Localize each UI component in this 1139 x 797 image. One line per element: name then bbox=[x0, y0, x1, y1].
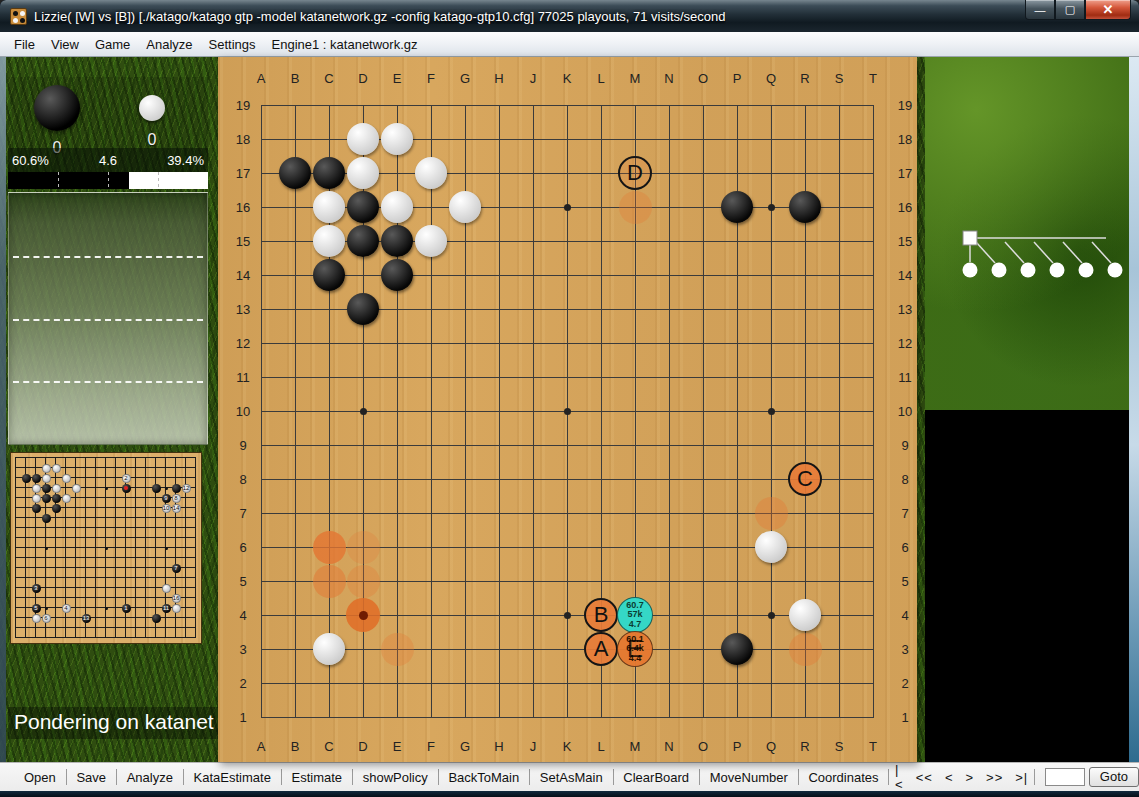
white-stone bbox=[313, 191, 345, 223]
sub-black-stone bbox=[152, 484, 161, 493]
nav-button[interactable]: |< bbox=[889, 762, 910, 792]
sub-black-stone bbox=[32, 504, 41, 513]
sub-white-stone bbox=[42, 474, 51, 483]
menu-bar: FileViewGameAnalyzeSettingsEngine1 : kat… bbox=[0, 32, 1139, 57]
sub-white-stone bbox=[32, 484, 41, 493]
coord-label: L bbox=[584, 739, 618, 754]
sub-white-stone bbox=[72, 484, 81, 493]
coord-label: B bbox=[278, 71, 312, 86]
coord-label: J bbox=[516, 71, 550, 86]
sub-white-stone bbox=[42, 464, 51, 473]
star-point bbox=[564, 204, 571, 211]
current-move-marker bbox=[124, 486, 128, 490]
coord-label: 17 bbox=[890, 156, 920, 190]
star-point bbox=[768, 612, 775, 619]
maximize-button[interactable]: ▢ bbox=[1055, 0, 1085, 20]
toolbar-button-backtomain[interactable]: BackToMain bbox=[438, 770, 529, 785]
black-stone bbox=[721, 633, 753, 665]
coord-label: 2 bbox=[890, 666, 920, 700]
black-stone bbox=[313, 259, 345, 291]
coord-label: T bbox=[856, 739, 890, 754]
candidate-move-Q7[interactable] bbox=[755, 497, 788, 530]
sub-white-stone bbox=[172, 604, 181, 613]
menu-view[interactable]: View bbox=[43, 34, 87, 55]
variation-move-R15: 8 bbox=[172, 494, 181, 503]
variation-move-R5: 16 bbox=[172, 594, 181, 603]
winrate-bar-tick bbox=[58, 172, 59, 189]
variation-move-C4: 5 bbox=[32, 604, 41, 613]
variation-move-M16 bbox=[122, 484, 131, 493]
row-labels-right: 19181716151413121110987654321 bbox=[890, 88, 920, 734]
go-board[interactable]: ABCDEFGHJKLMNOPQRST ABCDEFGHJKLMNOPQRST … bbox=[218, 57, 917, 762]
sub-black-stone bbox=[22, 474, 31, 483]
winrate-bar-tick bbox=[108, 172, 109, 189]
candidate-stat: 4.7 bbox=[629, 620, 642, 630]
coord-label: K bbox=[550, 71, 584, 86]
coord-label: O bbox=[686, 71, 720, 86]
coord-label: S bbox=[822, 71, 856, 86]
sub-star-point bbox=[165, 487, 168, 490]
candidate-move-L3[interactable]: A bbox=[584, 632, 618, 666]
minimize-button[interactable]: — bbox=[1025, 0, 1055, 20]
coord-label: N bbox=[652, 739, 686, 754]
coord-label: T bbox=[856, 71, 890, 86]
white-stone bbox=[789, 599, 821, 631]
black-stone bbox=[347, 293, 379, 325]
variation-move-Q4: 11 bbox=[162, 604, 171, 613]
white-winrate: 39.4% bbox=[167, 153, 204, 168]
white-stone bbox=[313, 225, 345, 257]
sub-star-point bbox=[105, 607, 108, 610]
toolbar-button-movenumber[interactable]: MoveNumber bbox=[700, 770, 798, 785]
sub-star-point bbox=[45, 607, 48, 610]
coord-label: R bbox=[788, 71, 822, 86]
variation-move-M17: 2 bbox=[122, 474, 131, 483]
bottom-toolbar: OpenSaveAnalyzeKataEstimateEstimateshowP… bbox=[0, 762, 1139, 791]
coord-label: Q bbox=[754, 71, 788, 86]
coord-label: J bbox=[516, 739, 550, 754]
sub-black-stone bbox=[32, 474, 41, 483]
white-stone-indicator bbox=[139, 95, 165, 121]
column-labels-bottom: ABCDEFGHJKLMNOPQRST bbox=[244, 739, 890, 754]
sub-white-stone bbox=[52, 484, 61, 493]
nav-button[interactable]: >> bbox=[980, 770, 1009, 785]
nav-button[interactable]: < bbox=[939, 770, 960, 785]
coord-label: K bbox=[550, 739, 584, 754]
toolbar-button-open[interactable]: Open bbox=[14, 770, 66, 785]
close-button[interactable]: ✕ bbox=[1085, 0, 1131, 20]
title-bar[interactable]: Lizzie( [W] vs [B]) [./katago/katago gtp… bbox=[0, 0, 1139, 32]
white-stone bbox=[381, 191, 413, 223]
variation-move-Q15: 9 bbox=[162, 494, 171, 503]
variation-move-C6: 3 bbox=[32, 584, 41, 593]
tree-node[interactable] bbox=[1108, 263, 1123, 278]
sub-black-stone bbox=[52, 504, 61, 513]
coord-label: 8 bbox=[890, 462, 920, 496]
variation-move-S16: 12 bbox=[182, 484, 191, 493]
nav-button[interactable]: > bbox=[959, 770, 980, 785]
star-point bbox=[564, 612, 571, 619]
score-lead: 4.6 bbox=[49, 153, 167, 168]
black-stone bbox=[789, 191, 821, 223]
sub-white-stone bbox=[52, 464, 61, 473]
star-point bbox=[768, 204, 775, 211]
coord-label: A bbox=[244, 71, 278, 86]
sub-white-stone bbox=[62, 474, 71, 483]
coord-label: D bbox=[346, 71, 380, 86]
toolbar-button-clearboard[interactable]: ClearBoard bbox=[613, 770, 699, 785]
tree-node[interactable] bbox=[992, 263, 1007, 278]
candidate-move-R8[interactable]: C bbox=[788, 462, 822, 496]
sub-white-stone bbox=[32, 494, 41, 503]
candidate-move-C5[interactable] bbox=[313, 565, 346, 598]
black-stone bbox=[381, 225, 413, 257]
white-captures-count: 0 bbox=[129, 131, 175, 149]
coord-label: 10 bbox=[890, 394, 920, 428]
variation-sub-board[interactable]: 123456789101112131416 bbox=[10, 452, 202, 644]
nav-button[interactable]: << bbox=[910, 770, 939, 785]
sub-black-stone bbox=[42, 494, 51, 503]
coord-label: 14 bbox=[890, 258, 920, 292]
black-stone bbox=[381, 259, 413, 291]
coord-label: 13 bbox=[890, 292, 920, 326]
candidate-move-M4[interactable]: 60.757k4.7 bbox=[617, 597, 653, 633]
coord-label: 4 bbox=[890, 598, 920, 632]
coord-label: F bbox=[414, 71, 448, 86]
variation-move-D3: 6 bbox=[42, 614, 51, 623]
variation-move-F4: 4 bbox=[62, 604, 71, 613]
candidate-move-E3[interactable] bbox=[381, 633, 414, 666]
toolbar-button-estimate[interactable]: Estimate bbox=[282, 770, 353, 785]
menu-analyze[interactable]: Analyze bbox=[138, 34, 200, 55]
candidate-move-M16[interactable] bbox=[619, 191, 652, 224]
coord-label: 16 bbox=[890, 190, 920, 224]
coord-label: 7 bbox=[890, 496, 920, 530]
tree-node[interactable] bbox=[1021, 263, 1036, 278]
toolbar-button-analyze[interactable]: Analyze bbox=[117, 770, 183, 785]
coord-label: R bbox=[788, 739, 822, 754]
sub-white-stone bbox=[162, 584, 171, 593]
white-stone bbox=[381, 123, 413, 155]
coord-label: C bbox=[312, 739, 346, 754]
coord-label: 5 bbox=[890, 564, 920, 598]
coord-label: 6 bbox=[890, 530, 920, 564]
coord-label: P bbox=[720, 71, 754, 86]
star-point bbox=[564, 408, 571, 415]
white-stone bbox=[415, 157, 447, 189]
move-tree-panel bbox=[925, 57, 1129, 762]
toolbar-button-coordinates[interactable]: Coordinates bbox=[798, 770, 888, 785]
sub-black-stone bbox=[52, 494, 61, 503]
lizzie-window: Lizzie( [W] vs [B]) [./katago/katago gtp… bbox=[0, 0, 1139, 797]
candidate-move-D4[interactable] bbox=[346, 598, 380, 632]
engine-status-text: Pondering on katanet bbox=[8, 707, 224, 739]
graph-gridline bbox=[13, 319, 203, 321]
variation-move-M4: 1 bbox=[122, 604, 131, 613]
coord-label: 1 bbox=[890, 700, 920, 734]
winrate-bar-tick bbox=[158, 172, 159, 189]
sub-star-point bbox=[45, 547, 48, 550]
variation-move-R8: 7 bbox=[172, 564, 181, 573]
white-stone bbox=[449, 191, 481, 223]
sub-black-stone bbox=[42, 514, 51, 523]
coord-label: D bbox=[346, 739, 380, 754]
coord-label: 9 bbox=[890, 428, 920, 462]
coord-label: N bbox=[652, 71, 686, 86]
white-stone bbox=[347, 157, 379, 189]
sub-star-point bbox=[105, 547, 108, 550]
tree-root-node[interactable] bbox=[963, 231, 977, 245]
sub-white-stone bbox=[62, 494, 71, 503]
star-point bbox=[360, 408, 367, 415]
coord-label: Q bbox=[754, 739, 788, 754]
candidate-move-M17[interactable]: D bbox=[618, 156, 652, 190]
candidate-move-C6[interactable] bbox=[313, 531, 346, 564]
menu-engine1[interactable]: Engine1 : katanetwork.gz bbox=[264, 34, 426, 55]
menu-file[interactable]: File bbox=[6, 34, 43, 55]
coord-label: 15 bbox=[890, 224, 920, 258]
sub-black-stone bbox=[152, 614, 161, 623]
coord-label: H bbox=[482, 71, 516, 86]
coord-label: G bbox=[448, 71, 482, 86]
menu-game[interactable]: Game bbox=[87, 34, 138, 55]
coord-label: M bbox=[618, 739, 652, 754]
coord-label: F bbox=[414, 739, 448, 754]
coord-label: 3 bbox=[890, 632, 920, 666]
analysis-panel: 0 0 60.6% 4.6 39.4% 1234567891011121314 bbox=[8, 57, 208, 762]
candidate-move-L4[interactable]: B bbox=[584, 598, 618, 632]
coord-label: B bbox=[278, 739, 312, 754]
black-winrate: 60.6% bbox=[12, 153, 49, 168]
variation-move-H3: 13 bbox=[82, 614, 91, 623]
graph-gridline bbox=[13, 381, 203, 383]
coord-label: C bbox=[312, 71, 346, 86]
toolbar-button-kataestimate[interactable]: KataEstimate bbox=[184, 770, 281, 785]
tree-node[interactable] bbox=[963, 263, 978, 278]
coord-label: S bbox=[822, 739, 856, 754]
white-stone bbox=[415, 225, 447, 257]
toolbar-button-setasmain[interactable]: SetAsMain bbox=[530, 770, 613, 785]
coord-label: 12 bbox=[890, 326, 920, 360]
candidate-move-M3[interactable]: 60.16.4k4.4E bbox=[617, 631, 653, 667]
toolbar-button-showpolicy[interactable]: showPolicy bbox=[353, 770, 438, 785]
goto-move-input[interactable] bbox=[1045, 768, 1085, 786]
variation-move-Q14: 10 bbox=[162, 504, 171, 513]
lizzie-app-icon bbox=[10, 8, 27, 25]
black-to-move-stone bbox=[34, 85, 80, 131]
coord-label: M bbox=[618, 71, 652, 86]
coord-label: H bbox=[482, 739, 516, 754]
candidate-move-D6[interactable] bbox=[347, 531, 380, 564]
variation-tree[interactable] bbox=[925, 217, 1129, 337]
coord-label: 18 bbox=[890, 122, 920, 156]
candidate-letter: E bbox=[627, 635, 643, 663]
sub-white-stone bbox=[32, 614, 41, 623]
sub-star-point bbox=[105, 487, 108, 490]
window-frame-right bbox=[1129, 57, 1139, 762]
window-frame-bottom bbox=[0, 791, 1139, 797]
white-stone bbox=[755, 531, 787, 563]
coord-label: E bbox=[380, 71, 414, 86]
sub-black-stone bbox=[172, 484, 181, 493]
candidate-move-R3[interactable] bbox=[789, 633, 822, 666]
coord-label: E bbox=[380, 739, 414, 754]
toolbar-button-save[interactable]: Save bbox=[66, 770, 116, 785]
tree-node[interactable] bbox=[1079, 263, 1094, 278]
white-stone bbox=[313, 633, 345, 665]
sub-black-stone bbox=[42, 484, 51, 493]
window-frame-left bbox=[0, 57, 6, 762]
nav-button[interactable]: >| bbox=[1009, 770, 1034, 785]
sub-star-point bbox=[165, 547, 168, 550]
tree-node[interactable] bbox=[1050, 263, 1065, 278]
black-stone bbox=[347, 191, 379, 223]
coord-label: L bbox=[584, 71, 618, 86]
window-title: Lizzie( [W] vs [B]) [./katago/katago gtp… bbox=[34, 9, 726, 24]
coord-label: 11 bbox=[890, 360, 920, 394]
coord-label: P bbox=[720, 739, 754, 754]
winrate-bar-black-segment bbox=[8, 172, 129, 189]
toolbar-separator bbox=[1034, 769, 1035, 785]
coord-label: O bbox=[686, 739, 720, 754]
graph-gridline bbox=[13, 256, 203, 258]
winrate-labels: 60.6% 4.6 39.4% bbox=[8, 148, 208, 172]
winrate-bar bbox=[8, 172, 208, 189]
black-stone bbox=[347, 225, 379, 257]
coord-label: G bbox=[448, 739, 482, 754]
candidate-move-D5[interactable] bbox=[347, 565, 380, 598]
variation-move-R14: 14 bbox=[172, 504, 181, 513]
black-stone bbox=[279, 157, 311, 189]
menu-settings[interactable]: Settings bbox=[201, 34, 264, 55]
coord-label: 19 bbox=[890, 88, 920, 122]
white-stone bbox=[347, 123, 379, 155]
column-labels-top: ABCDEFGHJKLMNOPQRST bbox=[244, 71, 890, 86]
star-point bbox=[768, 408, 775, 415]
coord-label: A bbox=[244, 739, 278, 754]
goto-button[interactable]: Goto bbox=[1089, 767, 1139, 787]
black-stone bbox=[721, 191, 753, 223]
black-stone bbox=[313, 157, 345, 189]
winrate-graph[interactable] bbox=[8, 192, 208, 445]
